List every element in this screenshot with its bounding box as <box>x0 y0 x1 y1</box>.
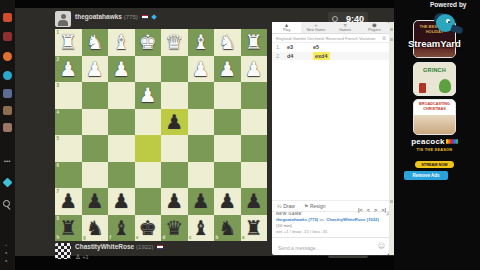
piece-bP-d7[interactable]: ♟ <box>161 188 188 215</box>
top-player-diamond-icon <box>152 14 158 20</box>
player2-link[interactable]: ChastityWhiteRose (1922) <box>326 217 379 222</box>
more-options-icon[interactable]: ••• <box>3 157 12 166</box>
tab-new-game[interactable]: + New Game <box>301 22 330 33</box>
square-f8[interactable]: f♝ <box>108 215 135 242</box>
square-h5[interactable]: 5 <box>55 135 82 162</box>
square-g8[interactable]: g♞ <box>82 215 109 242</box>
remove-ads-button[interactable]: Remove Ads <box>404 171 448 180</box>
tab-games-label: Games <box>339 28 351 32</box>
instagram-icon[interactable] <box>3 106 12 115</box>
draw-label: Draw <box>283 203 295 209</box>
piece-wR-a1[interactable]: ♜ <box>241 29 268 56</box>
emoji-icon[interactable]: ☺ <box>378 242 385 250</box>
square-c2[interactable]: ♟ <box>188 56 215 83</box>
bottom-player-bar: ChastityWhiteRose (1922) ♙ +1 9:26 <box>55 243 267 261</box>
tab-players-label: Players <box>368 28 381 32</box>
new-game-block: NEW GAME A thegoatahawks (775) vs. Chast… <box>276 211 382 234</box>
piece-wP-g2[interactable]: ♟ <box>82 56 109 83</box>
peacock-feather-icon <box>446 137 458 146</box>
square-a3[interactable] <box>241 82 268 109</box>
move-row-2: 2. d4 exd4 <box>272 52 389 61</box>
piece-wB-f1[interactable]: ♝ <box>108 29 135 56</box>
stream-now-button[interactable]: STREAM NOW <box>415 161 453 168</box>
piece-wN-g1[interactable]: ♞ <box>82 29 109 56</box>
piece-wP-e3[interactable]: ♟ <box>135 82 162 109</box>
square-e4[interactable] <box>135 109 162 136</box>
square-b1[interactable]: ♞ <box>214 29 241 56</box>
player1-link[interactable]: thegoatahawks (775) <box>276 217 318 222</box>
square-h6[interactable]: 6 <box>55 162 82 189</box>
square-e3[interactable]: ♟ <box>135 82 162 109</box>
square-f3[interactable] <box>108 82 135 109</box>
square-e2[interactable] <box>135 56 162 83</box>
square-h8[interactable]: 8h♜ <box>55 215 82 242</box>
square-a6[interactable] <box>241 162 268 189</box>
peacock-logo: peacock <box>411 137 444 146</box>
square-h1[interactable]: 1♜ <box>55 29 82 56</box>
ads-column: Powered by StreamYard THE BEST MAN HOLID… <box>394 0 480 270</box>
poster3-title: BROADCASTING CHRISTMAS <box>414 100 455 111</box>
facebook-icon[interactable] <box>3 89 12 98</box>
rail-mini-icon-3[interactable]: ● <box>5 259 7 263</box>
bottom-player-flag-icon <box>157 245 163 249</box>
square-c1[interactable]: ♝ <box>188 29 215 56</box>
square-g2[interactable]: ♟ <box>82 56 109 83</box>
rating-change-line: win +1 / draw -15 / loss -31 <box>276 229 382 234</box>
bottom-player-avatar <box>55 243 71 259</box>
square-a1[interactable]: ♜ <box>241 29 268 56</box>
square-f5[interactable] <box>108 135 135 162</box>
square-d1[interactable]: ♛ <box>161 29 188 56</box>
captured-pawn-icon: ♙ <box>75 253 81 261</box>
new-game-heading: NEW GAME <box>276 211 382 216</box>
square-g5[interactable] <box>82 135 109 162</box>
peacock-tagline: TIS THE SEASON <box>400 148 469 152</box>
move-row-1: 1. e3 e5 <box>272 43 389 52</box>
rail-mini-icon-1[interactable]: + <box>5 243 7 247</box>
tab-games[interactable]: ≡ Games <box>331 22 360 33</box>
move-white-1[interactable]: e3 <box>287 43 293 52</box>
piece-bP-d4[interactable]: ♟ <box>161 109 188 136</box>
square-a2[interactable]: ♟ <box>241 56 268 83</box>
draw-icon: ½ <box>277 203 282 209</box>
rail-mini-icon-2[interactable]: ● <box>5 251 7 255</box>
top-player-flag-icon <box>142 15 148 19</box>
square-e5[interactable] <box>135 135 162 162</box>
chess-board: 1♜♞♝♚♛♝♞♜2♟♟♟♟♟♟3♟4♟567♟♟♟♟♟♟♟8h♜g♞f♝e♚d… <box>55 29 267 241</box>
square-b4[interactable] <box>214 109 241 136</box>
square-g6[interactable] <box>82 162 109 189</box>
powered-by-label: Powered by <box>430 1 466 8</box>
brand-icon[interactable] <box>3 13 12 22</box>
move-white-2[interactable]: d4 <box>287 52 293 61</box>
piece-wP-b2[interactable]: ♟ <box>214 56 241 83</box>
piece-bP-f7[interactable]: ♟ <box>108 188 135 215</box>
piece-wQ-d1[interactable]: ♛ <box>161 29 188 56</box>
piece-bP-c7[interactable]: ♟ <box>188 188 215 215</box>
square-c6[interactable] <box>188 162 215 189</box>
square-c8[interactable]: c♝ <box>188 215 215 242</box>
square-d2[interactable] <box>161 56 188 83</box>
square-d7[interactable]: ♟ <box>161 188 188 215</box>
profile-icon[interactable] <box>3 123 12 132</box>
move-number: 2. <box>276 52 281 61</box>
piece-wP-a2[interactable]: ♟ <box>241 56 268 83</box>
piece-wK-e1[interactable]: ♚ <box>135 29 162 56</box>
square-c5[interactable] <box>188 135 215 162</box>
square-b6[interactable] <box>214 162 241 189</box>
tab-play-label: Play <box>283 28 290 32</box>
streamyard-wordmark: StreamYard <box>408 38 461 49</box>
tab-players[interactable]: ☻ Players <box>360 22 389 33</box>
piece-wP-f2[interactable]: ♟ <box>108 56 135 83</box>
ad-poster-grinch[interactable]: GRINCH <box>413 62 456 96</box>
square-e6[interactable] <box>135 162 162 189</box>
move-number: 1. <box>276 43 281 52</box>
tab-play[interactable]: ♟ Play <box>272 22 301 33</box>
reaction-icon[interactable] <box>3 52 12 61</box>
opening-book-icon[interactable]: ≣ <box>382 34 386 43</box>
square-a4[interactable] <box>241 109 268 136</box>
peacock-ad[interactable]: peacock TIS THE SEASON STREAM NOW <box>400 137 469 169</box>
panel-tabs: ♟ Play + New Game ≡ Games ☻ Players <box>272 22 389 34</box>
square-b7[interactable]: ♟ <box>214 188 241 215</box>
chat-input[interactable] <box>276 242 372 254</box>
square-e1[interactable]: ♚ <box>135 29 162 56</box>
top-player-username: thegoatahawks <box>75 13 122 20</box>
piece-wN-b1[interactable]: ♞ <box>214 29 241 56</box>
top-player-name: thegoatahawks (775) <box>75 13 156 20</box>
square-f6[interactable] <box>108 162 135 189</box>
square-d3[interactable] <box>161 82 188 109</box>
square-c3[interactable] <box>188 82 215 109</box>
square-a8[interactable]: a♜ <box>241 215 268 242</box>
square-h7[interactable]: 7♟ <box>55 188 82 215</box>
opening-name: Englund Gambit Declined: Reversed French… <box>272 34 389 43</box>
bottom-player-rating: (1922) <box>136 244 153 250</box>
square-d8[interactable]: d♛ <box>161 215 188 242</box>
resign-label: Resign <box>310 203 326 209</box>
bottom-player-username: ChastityWhiteRose <box>75 243 134 250</box>
square-d4[interactable]: ♟ <box>161 109 188 136</box>
piece-wB-c1[interactable]: ♝ <box>188 29 215 56</box>
streamyard-sidebar: ••• <box>0 0 15 270</box>
piece-bP-a7[interactable]: ♟ <box>241 188 268 215</box>
top-player-bar: thegoatahawks (775) 9:40 <box>55 11 267 29</box>
captured-count: +1 <box>82 254 88 260</box>
captured-pieces: ♙ +1 <box>75 253 89 261</box>
piece-bP-g7[interactable]: ♟ <box>82 188 109 215</box>
square-h2[interactable]: 2♟ <box>55 56 82 83</box>
square-h3[interactable]: 3 <box>55 82 82 109</box>
square-b8[interactable]: b♞ <box>214 215 241 242</box>
square-g3[interactable] <box>82 82 109 109</box>
top-player-avatar <box>55 11 71 27</box>
square-b5[interactable] <box>214 135 241 162</box>
gem-icon[interactable] <box>3 178 13 188</box>
square-d5[interactable] <box>161 135 188 162</box>
time-control: (10 min) <box>276 223 292 228</box>
piece-bB-f8[interactable]: ♝ <box>108 215 135 242</box>
new-game-line: thegoatahawks (775) vs. ChastityWhiteRos… <box>276 217 382 228</box>
square-g1[interactable]: ♞ <box>82 29 109 56</box>
square-g7[interactable]: ♟ <box>82 188 109 215</box>
resign-icon: ⚑ <box>304 203 308 209</box>
twitter-icon[interactable] <box>3 71 12 80</box>
piece-bP-b7[interactable]: ♟ <box>214 188 241 215</box>
square-g4[interactable] <box>82 109 109 136</box>
square-b2[interactable]: ♟ <box>214 56 241 83</box>
flag-icon[interactable] <box>3 32 12 41</box>
square-h4[interactable]: 4 <box>55 109 82 136</box>
square-f4[interactable] <box>108 109 135 136</box>
square-f7[interactable]: ♟ <box>108 188 135 215</box>
game-panel: ♟ Play + New Game ≡ Games ☻ Players Engl… <box>272 22 389 255</box>
top-player-rating: (775) <box>124 14 138 20</box>
bottom-player-name: ChastityWhiteRose (1922) <box>75 243 163 250</box>
search-icon[interactable] <box>3 200 10 207</box>
square-f2[interactable]: ♟ <box>108 56 135 83</box>
clock-icon <box>332 16 338 22</box>
vs-text: vs. <box>318 217 326 222</box>
square-a5[interactable] <box>241 135 268 162</box>
square-f1[interactable]: ♝ <box>108 29 135 56</box>
square-c4[interactable] <box>188 109 215 136</box>
chat-bar: ☺ <box>272 237 389 256</box>
square-c7[interactable]: ♟ <box>188 188 215 215</box>
poster2-title: GRINCH <box>414 63 455 73</box>
square-e7[interactable] <box>135 188 162 215</box>
piece-wP-c2[interactable]: ♟ <box>188 56 215 83</box>
streamyard-duck-logo-icon <box>434 13 464 40</box>
tab-new-game-label: New Game <box>306 28 325 32</box>
stream-screen: ••• + ● ● thegoatahawks (775) 9:40 1♜♞♝♚… <box>0 0 480 270</box>
ad-poster-broadcasting-christmas[interactable]: BROADCASTING CHRISTMAS <box>413 99 456 135</box>
move-black-2-current[interactable]: exd4 <box>313 52 330 61</box>
square-a7[interactable]: ♟ <box>241 188 268 215</box>
square-b3[interactable] <box>214 82 241 109</box>
square-d6[interactable] <box>161 162 188 189</box>
square-e8[interactable]: e♚ <box>135 215 162 242</box>
opening-label: Englund Gambit Declined: Reversed French… <box>276 36 375 41</box>
move-black-1[interactable]: e5 <box>313 43 319 52</box>
